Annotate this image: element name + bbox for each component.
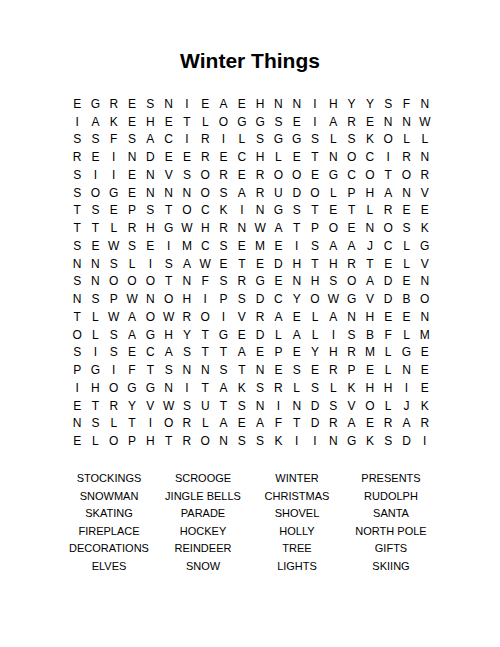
grid-cell[interactable]: L [416, 131, 434, 149]
grid-cell[interactable]: L [306, 326, 324, 344]
grid-cell[interactable]: T [178, 113, 196, 131]
grid-cell[interactable]: S [214, 273, 232, 291]
grid-cell[interactable]: O [196, 308, 214, 326]
grid-cell[interactable]: O [68, 326, 86, 344]
grid-cell[interactable]: P [342, 361, 360, 379]
grid-cell[interactable]: R [105, 95, 123, 113]
grid-cell[interactable]: E [233, 166, 251, 184]
grid-cell[interactable]: Y [123, 397, 141, 415]
grid-cell[interactable]: N [251, 202, 269, 220]
grid-cell[interactable]: E [288, 308, 306, 326]
grid-cell[interactable]: E [159, 148, 177, 166]
grid-cell[interactable]: G [141, 379, 159, 397]
grid-cell[interactable]: T [306, 255, 324, 273]
grid-cell[interactable]: O [105, 273, 123, 291]
grid-cell[interactable]: P [68, 361, 86, 379]
grid-cell[interactable]: O [397, 166, 415, 184]
grid-cell[interactable]: A [214, 415, 232, 433]
grid-cell[interactable]: S [86, 290, 104, 308]
grid-cell[interactable]: S [269, 113, 287, 131]
grid-cell[interactable]: A [86, 113, 104, 131]
grid-cell[interactable]: E [233, 326, 251, 344]
grid-cell[interactable]: E [288, 148, 306, 166]
grid-cell[interactable]: E [68, 432, 86, 450]
grid-cell[interactable]: S [123, 131, 141, 149]
grid-cell[interactable]: R [379, 415, 397, 433]
grid-cell[interactable]: R [342, 255, 360, 273]
grid-cell[interactable]: D [251, 290, 269, 308]
grid-cell[interactable]: T [288, 219, 306, 237]
grid-cell[interactable]: U [269, 184, 287, 202]
grid-cell[interactable]: N [141, 166, 159, 184]
grid-cell[interactable]: G [141, 326, 159, 344]
grid-cell[interactable]: T [123, 415, 141, 433]
grid-cell[interactable]: O [361, 397, 379, 415]
grid-cell[interactable]: T [306, 202, 324, 220]
grid-cell[interactable]: N [361, 219, 379, 237]
grid-cell[interactable]: H [306, 273, 324, 291]
grid-cell[interactable]: N [416, 308, 434, 326]
grid-cell[interactable]: E [269, 273, 287, 291]
grid-cell[interactable]: K [269, 432, 287, 450]
grid-cell[interactable]: E [233, 415, 251, 433]
grid-cell[interactable]: H [178, 290, 196, 308]
grid-cell[interactable]: W [159, 397, 177, 415]
grid-cell[interactable]: E [379, 308, 397, 326]
grid-cell[interactable]: R [105, 397, 123, 415]
grid-cell[interactable]: L [86, 308, 104, 326]
grid-cell[interactable]: N [233, 219, 251, 237]
grid-cell[interactable]: I [397, 379, 415, 397]
grid-cell[interactable]: O [361, 166, 379, 184]
grid-cell[interactable]: L [397, 326, 415, 344]
grid-cell[interactable]: A [141, 131, 159, 149]
grid-cell[interactable]: N [342, 308, 360, 326]
grid-cell[interactable]: W [105, 237, 123, 255]
grid-cell[interactable]: M [361, 344, 379, 362]
grid-cell[interactable]: E [397, 273, 415, 291]
grid-cell[interactable]: L [123, 255, 141, 273]
grid-cell[interactable]: H [141, 219, 159, 237]
grid-cell[interactable]: E [361, 361, 379, 379]
grid-cell[interactable]: A [251, 415, 269, 433]
grid-cell[interactable]: E [269, 361, 287, 379]
grid-cell[interactable]: A [178, 255, 196, 273]
grid-cell[interactable]: N [86, 273, 104, 291]
grid-cell[interactable]: N [196, 361, 214, 379]
grid-cell[interactable]: K [342, 379, 360, 397]
grid-cell[interactable]: E [233, 95, 251, 113]
grid-cell[interactable]: M [178, 237, 196, 255]
grid-cell[interactable]: R [324, 415, 342, 433]
grid-cell[interactable]: H [361, 379, 379, 397]
grid-cell[interactable]: A [324, 308, 342, 326]
grid-cell[interactable]: A [233, 344, 251, 362]
grid-cell[interactable]: A [123, 326, 141, 344]
grid-cell[interactable]: S [306, 379, 324, 397]
grid-cell[interactable]: S [397, 219, 415, 237]
grid-cell[interactable]: G [269, 131, 287, 149]
grid-cell[interactable]: W [123, 290, 141, 308]
grid-cell[interactable]: E [68, 397, 86, 415]
grid-cell[interactable]: O [416, 290, 434, 308]
grid-cell[interactable]: S [251, 379, 269, 397]
grid-cell[interactable]: T [214, 344, 232, 362]
grid-cell[interactable]: F [397, 95, 415, 113]
grid-cell[interactable]: I [105, 148, 123, 166]
grid-cell[interactable]: H [324, 255, 342, 273]
grid-cell[interactable]: O [86, 184, 104, 202]
grid-cell[interactable]: W [324, 290, 342, 308]
grid-cell[interactable]: S [105, 344, 123, 362]
grid-cell[interactable]: K [416, 397, 434, 415]
grid-cell[interactable]: M [416, 326, 434, 344]
grid-cell[interactable]: O [105, 379, 123, 397]
grid-cell[interactable]: W [251, 219, 269, 237]
grid-cell[interactable]: J [361, 237, 379, 255]
grid-cell[interactable]: I [214, 131, 232, 149]
grid-cell[interactable]: N [416, 148, 434, 166]
grid-cell[interactable]: H [86, 379, 104, 397]
grid-cell[interactable]: D [379, 273, 397, 291]
grid-cell[interactable]: N [178, 361, 196, 379]
grid-cell[interactable]: N [68, 415, 86, 433]
grid-cell[interactable]: O [196, 166, 214, 184]
grid-cell[interactable]: T [68, 308, 86, 326]
grid-cell[interactable]: H [251, 95, 269, 113]
grid-cell[interactable]: W [416, 113, 434, 131]
grid-cell[interactable]: D [269, 255, 287, 273]
grid-cell[interactable]: I [141, 255, 159, 273]
grid-cell[interactable]: S [68, 273, 86, 291]
grid-cell[interactable]: S [324, 273, 342, 291]
grid-cell[interactable]: C [233, 148, 251, 166]
grid-cell[interactable]: S [68, 237, 86, 255]
grid-cell[interactable]: G [251, 113, 269, 131]
grid-cell[interactable]: M [251, 237, 269, 255]
grid-cell[interactable]: A [342, 237, 360, 255]
grid-cell[interactable]: N [141, 184, 159, 202]
grid-cell[interactable]: A [324, 237, 342, 255]
grid-cell[interactable]: L [86, 326, 104, 344]
grid-cell[interactable]: E [361, 113, 379, 131]
grid-cell[interactable]: G [342, 290, 360, 308]
grid-cell[interactable]: I [233, 202, 251, 220]
grid-cell[interactable]: N [178, 184, 196, 202]
grid-cell[interactable]: T [86, 397, 104, 415]
grid-cell[interactable]: S [233, 290, 251, 308]
grid-cell[interactable]: R [379, 202, 397, 220]
grid-cell[interactable]: E [123, 166, 141, 184]
grid-cell[interactable]: V [416, 184, 434, 202]
grid-cell[interactable]: N [86, 255, 104, 273]
grid-cell[interactable]: C [196, 202, 214, 220]
grid-cell[interactable]: U [196, 397, 214, 415]
grid-cell[interactable]: Y [288, 290, 306, 308]
grid-cell[interactable]: R [214, 219, 232, 237]
grid-cell[interactable]: T [141, 361, 159, 379]
grid-cell[interactable]: N [397, 361, 415, 379]
grid-cell[interactable]: I [288, 237, 306, 255]
grid-cell[interactable]: D [141, 148, 159, 166]
grid-cell[interactable]: E [178, 148, 196, 166]
grid-cell[interactable]: A [214, 379, 232, 397]
grid-cell[interactable]: P [269, 344, 287, 362]
grid-cell[interactable]: E [288, 344, 306, 362]
grid-cell[interactable]: D [379, 290, 397, 308]
grid-cell[interactable]: E [416, 379, 434, 397]
grid-cell[interactable]: I [178, 379, 196, 397]
grid-cell[interactable]: C [196, 237, 214, 255]
grid-cell[interactable]: H [141, 113, 159, 131]
grid-cell[interactable]: A [123, 308, 141, 326]
grid-cell[interactable]: C [361, 148, 379, 166]
grid-cell[interactable]: O [214, 113, 232, 131]
grid-cell[interactable]: S [123, 237, 141, 255]
grid-cell[interactable]: C [141, 344, 159, 362]
grid-cell[interactable]: T [159, 273, 177, 291]
grid-cell[interactable]: O [123, 273, 141, 291]
grid-cell[interactable]: R [68, 148, 86, 166]
grid-cell[interactable]: A [342, 415, 360, 433]
grid-cell[interactable]: O [178, 202, 196, 220]
grid-cell[interactable]: N [288, 397, 306, 415]
grid-cell[interactable]: L [379, 397, 397, 415]
grid-cell[interactable]: I [288, 432, 306, 450]
grid-cell[interactable]: S [379, 432, 397, 450]
grid-cell[interactable]: N [416, 273, 434, 291]
grid-cell[interactable]: O [379, 219, 397, 237]
grid-cell[interactable]: R [342, 344, 360, 362]
grid-cell[interactable]: S [178, 397, 196, 415]
grid-cell[interactable]: G [269, 202, 287, 220]
grid-cell[interactable]: O [342, 148, 360, 166]
grid-cell[interactable]: J [397, 397, 415, 415]
grid-cell[interactable]: O [306, 290, 324, 308]
grid-cell[interactable]: I [196, 290, 214, 308]
grid-cell[interactable]: S [86, 415, 104, 433]
grid-cell[interactable]: E [306, 361, 324, 379]
grid-cell[interactable]: T [196, 326, 214, 344]
grid-cell[interactable]: S [68, 166, 86, 184]
grid-cell[interactable]: R [123, 219, 141, 237]
grid-cell[interactable]: F [379, 326, 397, 344]
grid-cell[interactable]: S [379, 95, 397, 113]
grid-cell[interactable]: E [196, 95, 214, 113]
grid-cell[interactable]: V [342, 397, 360, 415]
grid-cell[interactable]: T [233, 361, 251, 379]
grid-cell[interactable]: O [379, 131, 397, 149]
grid-cell[interactable]: P [306, 219, 324, 237]
grid-cell[interactable]: E [123, 184, 141, 202]
grid-cell[interactable]: O [105, 432, 123, 450]
grid-cell[interactable]: I [214, 308, 232, 326]
grid-cell[interactable]: L [269, 148, 287, 166]
grid-cell[interactable]: N [68, 255, 86, 273]
grid-cell[interactable]: E [288, 113, 306, 131]
grid-cell[interactable]: P [105, 290, 123, 308]
grid-cell[interactable]: G [159, 219, 177, 237]
grid-cell[interactable]: N [397, 113, 415, 131]
grid-cell[interactable]: R [397, 148, 415, 166]
grid-cell[interactable]: T [306, 148, 324, 166]
grid-cell[interactable]: S [214, 184, 232, 202]
grid-cell[interactable]: W [159, 308, 177, 326]
grid-cell[interactable]: I [159, 237, 177, 255]
grid-cell[interactable]: S [233, 432, 251, 450]
grid-cell[interactable]: S [86, 202, 104, 220]
grid-cell[interactable]: L [379, 361, 397, 379]
grid-cell[interactable]: N [141, 290, 159, 308]
grid-cell[interactable]: C [269, 290, 287, 308]
grid-cell[interactable]: V [361, 290, 379, 308]
grid-cell[interactable]: I [86, 344, 104, 362]
grid-cell[interactable]: Y [342, 95, 360, 113]
grid-cell[interactable]: N [123, 148, 141, 166]
grid-cell[interactable]: A [361, 273, 379, 291]
grid-cell[interactable]: E [306, 166, 324, 184]
grid-cell[interactable]: L [324, 131, 342, 149]
grid-cell[interactable]: Y [361, 95, 379, 113]
grid-cell[interactable]: O [342, 273, 360, 291]
grid-cell[interactable]: E [379, 255, 397, 273]
grid-cell[interactable]: O [306, 184, 324, 202]
grid-cell[interactable]: L [397, 131, 415, 149]
grid-cell[interactable]: I [178, 131, 196, 149]
grid-cell[interactable]: S [86, 131, 104, 149]
grid-cell[interactable]: S [288, 361, 306, 379]
grid-cell[interactable]: N [251, 361, 269, 379]
grid-cell[interactable]: N [251, 397, 269, 415]
grid-cell[interactable]: G [397, 344, 415, 362]
grid-cell[interactable]: G [416, 237, 434, 255]
grid-cell[interactable]: L [288, 379, 306, 397]
grid-cell[interactable]: K [361, 432, 379, 450]
grid-cell[interactable]: S [251, 432, 269, 450]
grid-cell[interactable]: E [397, 202, 415, 220]
grid-cell[interactable]: N [178, 273, 196, 291]
grid-cell[interactable]: S [251, 131, 269, 149]
grid-cell[interactable]: B [361, 326, 379, 344]
grid-cell[interactable]: T [196, 379, 214, 397]
grid-cell[interactable]: F [105, 131, 123, 149]
grid-cell[interactable]: G [233, 113, 251, 131]
grid-cell[interactable]: K [233, 379, 251, 397]
grid-cell[interactable]: A [214, 95, 232, 113]
grid-cell[interactable]: E [416, 361, 434, 379]
grid-cell[interactable]: Y [306, 344, 324, 362]
grid-cell[interactable]: N [324, 148, 342, 166]
grid-cell[interactable]: F [123, 361, 141, 379]
grid-cell[interactable]: H [288, 255, 306, 273]
grid-cell[interactable]: C [342, 166, 360, 184]
grid-cell[interactable]: S [178, 344, 196, 362]
grid-cell[interactable]: L [397, 237, 415, 255]
grid-cell[interactable]: D [288, 184, 306, 202]
grid-cell[interactable]: P [342, 184, 360, 202]
grid-cell[interactable]: T [86, 219, 104, 237]
grid-cell[interactable]: O [141, 273, 159, 291]
grid-cell[interactable]: E [214, 148, 232, 166]
grid-cell[interactable]: G [86, 361, 104, 379]
grid-cell[interactable]: E [416, 202, 434, 220]
grid-cell[interactable]: E [342, 219, 360, 237]
grid-cell[interactable]: V [416, 255, 434, 273]
grid-cell[interactable]: E [416, 344, 434, 362]
grid-cell[interactable]: S [105, 326, 123, 344]
grid-cell[interactable]: O [269, 166, 287, 184]
grid-cell[interactable]: C [159, 131, 177, 149]
grid-cell[interactable]: L [379, 344, 397, 362]
grid-cell[interactable]: R [251, 308, 269, 326]
grid-cell[interactable]: O [196, 184, 214, 202]
grid-cell[interactable]: R [416, 166, 434, 184]
grid-cell[interactable]: L [105, 219, 123, 237]
grid-cell[interactable]: O [196, 432, 214, 450]
grid-cell[interactable]: H [251, 148, 269, 166]
grid-cell[interactable]: T [159, 202, 177, 220]
grid-cell[interactable]: V [159, 166, 177, 184]
grid-cell[interactable]: O [159, 290, 177, 308]
grid-cell[interactable]: E [361, 415, 379, 433]
grid-cell[interactable]: F [196, 273, 214, 291]
grid-cell[interactable]: A [269, 219, 287, 237]
grid-cell[interactable]: E [123, 344, 141, 362]
grid-cell[interactable]: N [379, 113, 397, 131]
grid-cell[interactable]: H [159, 326, 177, 344]
grid-cell[interactable]: W [196, 255, 214, 273]
grid-cell[interactable]: S [141, 202, 159, 220]
grid-cell[interactable]: E [68, 95, 86, 113]
grid-cell[interactable]: O [324, 219, 342, 237]
grid-cell[interactable]: H [324, 344, 342, 362]
grid-cell[interactable]: G [288, 131, 306, 149]
grid-cell[interactable]: S [141, 95, 159, 113]
grid-cell[interactable]: A [379, 184, 397, 202]
grid-cell[interactable]: G [105, 184, 123, 202]
grid-cell[interactable]: E [269, 237, 287, 255]
grid-cell[interactable]: R [233, 273, 251, 291]
grid-cell[interactable]: F [269, 415, 287, 433]
grid-cell[interactable]: I [86, 166, 104, 184]
grid-cell[interactable]: S [159, 255, 177, 273]
grid-cell[interactable]: R [251, 166, 269, 184]
grid-cell[interactable]: I [178, 95, 196, 113]
grid-cell[interactable]: R [251, 184, 269, 202]
grid-cell[interactable]: I [68, 379, 86, 397]
grid-cell[interactable]: V [233, 308, 251, 326]
grid-cell[interactable]: R [269, 379, 287, 397]
grid-cell[interactable]: O [288, 166, 306, 184]
grid-cell[interactable]: I [306, 432, 324, 450]
grid-cell[interactable]: S [342, 326, 360, 344]
grid-cell[interactable]: I [379, 148, 397, 166]
grid-cell[interactable]: O [141, 308, 159, 326]
grid-cell[interactable]: R [196, 131, 214, 149]
grid-cell[interactable]: A [324, 113, 342, 131]
grid-cell[interactable]: N [214, 432, 232, 450]
grid-cell[interactable]: S [288, 202, 306, 220]
grid-cell[interactable]: C [379, 237, 397, 255]
grid-cell[interactable]: T [342, 202, 360, 220]
grid-cell[interactable]: N [159, 379, 177, 397]
grid-cell[interactable]: E [324, 202, 342, 220]
grid-cell[interactable]: L [306, 308, 324, 326]
grid-cell[interactable]: E [123, 95, 141, 113]
grid-cell[interactable]: E [105, 202, 123, 220]
grid-cell[interactable]: P [214, 290, 232, 308]
grid-cell[interactable]: R [214, 166, 232, 184]
